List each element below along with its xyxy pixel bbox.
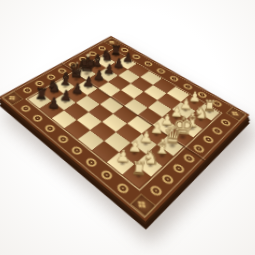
corner-filigree-ornament: ❖ [225,106,246,121]
corner-filigree-ornament: ❖ [2,91,23,105]
medallion-ornament [31,114,44,124]
medallion-ornament [43,123,57,133]
chess-board: ❖❖❖❖♜♞♝♚✚♛✦♝♞♜♟♟♟♟♟♟♟♟♟♟♟♟♟♟♟♟♜♞♝♚♛♝♞♜ [0,36,250,222]
medallion-ornament [168,75,180,82]
medallion-ornament [115,182,131,195]
medallion-ornament [99,169,114,182]
medallion-ornament [219,118,232,127]
camera-perspective: ❖❖❖❖♜♞♝♚✚♛✦♝♞♜♟♟♟♟♟♟♟♟♟♟♟♟♟♟♟♟♜♞♝♚♛♝♞♜ [29,11,219,201]
medallion-ornament [171,163,186,175]
medallion-ornament [56,134,70,145]
square-d5[interactable] [100,97,124,114]
corner-filigree-ornament: ❖ [129,193,156,217]
black-queen-light-finial: ✦ [65,60,88,66]
piece-white-rook-a1[interactable]: ♜ [127,158,151,178]
medallion-ornament [70,145,84,156]
photo-background: ❖❖❖❖♜♞♝♚✚♛✦♝♞♜♟♟♟♟♟♟♟♟♟♟♟♟♟♟♟♟♜♞♝♚♛♝♞♜ [0,0,255,255]
piece-black-pawn-a7[interactable]: ♟ [43,95,62,111]
chess-set: ❖❖❖❖♜♞♝♚✚♛✦♝♞♜♟♟♟♟♟♟♟♟♟♟♟♟♟♟♟♟♜♞♝♚♛♝♞♜ [29,11,219,201]
medallion-ornament [19,104,32,113]
medallion-ornament [84,157,99,169]
medallion-ornament [143,60,154,67]
medallion-ornament [211,126,224,136]
medallion-ornament [155,68,166,75]
medallion-ornament [202,134,216,144]
black-king-light-finial: ✚ [75,51,99,57]
medallion-ornament [148,184,164,197]
medallion-ornament [160,173,175,186]
